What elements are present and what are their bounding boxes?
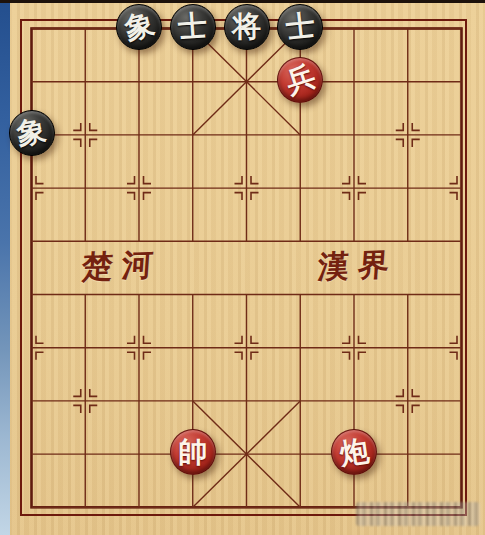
piece-glyph: 士 [284, 11, 316, 43]
watermark-blur [356, 502, 480, 526]
piece-glyph: 象 [15, 116, 49, 150]
river-label-left: 楚河 [81, 249, 163, 283]
screenshot-stage: 楚河 漢界 象士将士兵象帥炮 [0, 0, 485, 535]
piece-glyph: 帥 [178, 438, 207, 467]
river-label-right: 漢界 [317, 249, 399, 283]
piece-black-elephant-2[interactable]: 象 [9, 110, 55, 156]
piece-glyph: 士 [177, 11, 208, 42]
piece-black-general[interactable]: 将 [224, 4, 270, 50]
piece-glyph: 炮 [338, 436, 371, 469]
piece-glyph: 将 [232, 12, 261, 41]
piece-red-soldier[interactable]: 兵 [277, 57, 323, 103]
xiangqi-board-grid[interactable] [0, 0, 485, 535]
piece-red-cannon[interactable]: 炮 [331, 429, 377, 475]
piece-glyph: 象 [121, 9, 156, 44]
piece-glyph: 兵 [282, 61, 319, 98]
piece-red-general[interactable]: 帥 [170, 429, 216, 475]
piece-black-advisor-1[interactable]: 士 [170, 4, 216, 50]
piece-black-elephant-1[interactable]: 象 [116, 4, 162, 50]
piece-black-advisor-2[interactable]: 士 [277, 4, 323, 50]
